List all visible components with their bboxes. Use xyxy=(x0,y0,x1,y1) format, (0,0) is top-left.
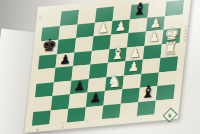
black-pawn-g4[interactable]: ♟ xyxy=(59,53,72,67)
chess-board: a b c d e f g h 1 2 3 4 5 6 7 8 CHESS ♞ … xyxy=(24,0,191,133)
white-pawn-b3[interactable]: ♟ xyxy=(148,30,161,44)
white-bishop-d4[interactable]: ♝ xyxy=(109,44,126,62)
black-pawn-e7[interactable]: ♟ xyxy=(89,92,102,106)
board-brand-text: CHESS xyxy=(182,26,188,43)
white-pawn-d2[interactable]: ♟ xyxy=(114,20,127,34)
white-pawn-c5[interactable]: ♟ xyxy=(127,60,140,74)
square-f8[interactable] xyxy=(67,107,86,123)
white-knight-d6[interactable]: ♞ xyxy=(106,73,123,91)
black-bishop-c1[interactable]: ♝ xyxy=(131,1,148,19)
square-g8[interactable] xyxy=(49,108,68,124)
white-pawn-e2[interactable]: ♟ xyxy=(97,21,110,35)
white-pawn-b2[interactable]: ♟ xyxy=(149,16,162,30)
square-h8[interactable] xyxy=(32,110,51,126)
brand-knight-icon: ♞ xyxy=(167,112,173,118)
photo-scene: a b c d e f g h 1 2 3 4 5 6 7 8 CHESS ♞ … xyxy=(0,0,200,134)
square-b8[interactable] xyxy=(137,100,156,116)
white-rook-a4[interactable]: ♜ xyxy=(162,40,179,58)
white-pawn-c4[interactable]: ♟ xyxy=(129,46,142,60)
square-c8[interactable] xyxy=(119,102,138,118)
black-pawn-f6[interactable]: ♟ xyxy=(73,79,86,93)
square-d8[interactable] xyxy=(102,103,121,119)
black-bishop-b7[interactable]: ♝ xyxy=(140,83,157,101)
square-e8[interactable] xyxy=(84,105,103,121)
black-king-h3[interactable]: ♚ xyxy=(41,37,58,55)
